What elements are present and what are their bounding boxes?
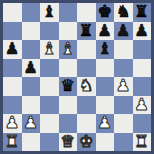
square-d6[interactable]: ♝ bbox=[59, 40, 78, 59]
black-pawn: ♟ bbox=[5, 41, 20, 58]
black-rook: ♜ bbox=[134, 4, 149, 21]
square-b2[interactable]: ♟ bbox=[22, 114, 41, 133]
white-bishop: ♝ bbox=[42, 41, 57, 58]
square-b6[interactable] bbox=[22, 40, 41, 59]
square-c2[interactable] bbox=[40, 114, 59, 133]
black-pawn: ♟ bbox=[23, 59, 38, 76]
white-pawn: ♟ bbox=[5, 115, 20, 132]
white-knight: ♞ bbox=[79, 78, 94, 95]
square-e7[interactable]: ♜ bbox=[77, 22, 96, 41]
square-b7[interactable] bbox=[22, 22, 41, 41]
square-d2[interactable] bbox=[59, 114, 78, 133]
square-h3[interactable]: ♟ bbox=[133, 96, 152, 115]
square-e5[interactable] bbox=[77, 59, 96, 78]
square-h2[interactable] bbox=[133, 114, 152, 133]
square-g2[interactable] bbox=[114, 114, 133, 133]
black-rook: ♜ bbox=[79, 22, 94, 39]
white-bishop: ♝ bbox=[60, 41, 75, 58]
square-f3[interactable] bbox=[96, 96, 115, 115]
white-queen: ♛ bbox=[60, 133, 75, 150]
square-d5[interactable] bbox=[59, 59, 78, 78]
square-h6[interactable] bbox=[133, 40, 152, 59]
square-a6[interactable]: ♟ bbox=[3, 40, 22, 59]
square-c3[interactable] bbox=[40, 96, 59, 115]
square-e8[interactable] bbox=[77, 3, 96, 22]
square-c1[interactable] bbox=[40, 133, 59, 152]
square-e6[interactable] bbox=[77, 40, 96, 59]
black-pawn: ♟ bbox=[116, 22, 131, 39]
square-f8[interactable]: ♚ bbox=[96, 3, 115, 22]
square-d4[interactable]: ♛ bbox=[59, 77, 78, 96]
square-f5[interactable] bbox=[96, 59, 115, 78]
square-c7[interactable] bbox=[40, 22, 59, 41]
square-h1[interactable]: ♜ bbox=[133, 133, 152, 152]
white-king: ♚ bbox=[79, 133, 94, 150]
square-a8[interactable] bbox=[3, 3, 22, 22]
square-a1[interactable]: ♜ bbox=[3, 133, 22, 152]
black-pawn: ♟ bbox=[97, 22, 112, 39]
square-g1[interactable] bbox=[114, 133, 133, 152]
square-d3[interactable] bbox=[59, 96, 78, 115]
square-d7[interactable] bbox=[59, 22, 78, 41]
square-h4[interactable] bbox=[133, 77, 152, 96]
square-d8[interactable] bbox=[59, 3, 78, 22]
square-a4[interactable] bbox=[3, 77, 22, 96]
square-g5[interactable] bbox=[114, 59, 133, 78]
square-h8[interactable]: ♜ bbox=[133, 3, 152, 22]
square-b5[interactable]: ♟ bbox=[22, 59, 41, 78]
square-e3[interactable] bbox=[77, 96, 96, 115]
square-h5[interactable] bbox=[133, 59, 152, 78]
square-f2[interactable]: ♟ bbox=[96, 114, 115, 133]
square-c8[interactable]: ♝ bbox=[40, 3, 59, 22]
black-bishop: ♝ bbox=[97, 41, 112, 58]
square-g6[interactable] bbox=[114, 40, 133, 59]
white-rook: ♜ bbox=[5, 133, 20, 150]
square-f1[interactable] bbox=[96, 133, 115, 152]
black-bishop: ♝ bbox=[42, 4, 57, 21]
chess-board-frame: ♝♚♞♜♜♟♟♟♟♝♝♝♟♛♞♟♟♟♟♟♜♛♚♜ bbox=[0, 0, 154, 154]
white-rook: ♜ bbox=[134, 133, 149, 150]
white-pawn: ♟ bbox=[116, 78, 131, 95]
square-f6[interactable]: ♝ bbox=[96, 40, 115, 59]
square-b4[interactable] bbox=[22, 77, 41, 96]
square-c5[interactable] bbox=[40, 59, 59, 78]
square-b3[interactable] bbox=[22, 96, 41, 115]
square-g7[interactable]: ♟ bbox=[114, 22, 133, 41]
square-h7[interactable]: ♟ bbox=[133, 22, 152, 41]
square-g8[interactable]: ♞ bbox=[114, 3, 133, 22]
white-pawn: ♟ bbox=[97, 115, 112, 132]
square-b1[interactable] bbox=[22, 133, 41, 152]
white-pawn: ♟ bbox=[134, 96, 149, 113]
black-knight: ♞ bbox=[116, 4, 131, 21]
chess-board: ♝♚♞♜♜♟♟♟♟♝♝♝♟♛♞♟♟♟♟♟♜♛♚♜ bbox=[3, 3, 151, 151]
square-f7[interactable]: ♟ bbox=[96, 22, 115, 41]
square-d1[interactable]: ♛ bbox=[59, 133, 78, 152]
black-king: ♚ bbox=[97, 4, 112, 21]
square-f4[interactable] bbox=[96, 77, 115, 96]
square-a7[interactable] bbox=[3, 22, 22, 41]
square-a2[interactable]: ♟ bbox=[3, 114, 22, 133]
white-pawn: ♟ bbox=[23, 115, 38, 132]
square-c4[interactable] bbox=[40, 77, 59, 96]
square-g3[interactable] bbox=[114, 96, 133, 115]
square-c6[interactable]: ♝ bbox=[40, 40, 59, 59]
square-a5[interactable] bbox=[3, 59, 22, 78]
square-a3[interactable] bbox=[3, 96, 22, 115]
black-pawn: ♟ bbox=[134, 22, 149, 39]
square-e1[interactable]: ♚ bbox=[77, 133, 96, 152]
square-g4[interactable]: ♟ bbox=[114, 77, 133, 96]
black-queen: ♛ bbox=[60, 78, 75, 95]
square-e4[interactable]: ♞ bbox=[77, 77, 96, 96]
square-b8[interactable] bbox=[22, 3, 41, 22]
square-e2[interactable] bbox=[77, 114, 96, 133]
